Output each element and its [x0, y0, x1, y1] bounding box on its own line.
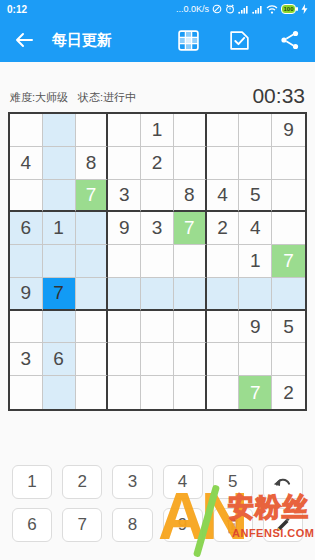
sudoku-cell-r7c2[interactable] [43, 311, 76, 344]
sudoku-cell-r4c7[interactable]: 2 [207, 212, 240, 245]
wifi-icon [266, 4, 278, 14]
sudoku-cell-r2c5[interactable]: 2 [141, 147, 174, 180]
sudoku-cell-r9c3[interactable] [76, 376, 109, 409]
sudoku-cell-r2c2[interactable] [43, 147, 76, 180]
sudoku-cell-r1c3[interactable] [76, 114, 109, 147]
sudoku-cell-r3c5[interactable] [141, 180, 174, 213]
clock-text: 0:12 [7, 4, 27, 15]
sudoku-cell-r1c7[interactable] [207, 114, 240, 147]
pencil-button[interactable] [263, 508, 303, 542]
sudoku-cell-r6c4[interactable] [108, 278, 141, 311]
sudoku-cell-r1c6[interactable] [174, 114, 207, 147]
sudoku-cell-r6c6[interactable] [174, 278, 207, 311]
sudoku-cell-r3c1[interactable] [10, 180, 43, 213]
sudoku-cell-r5c5[interactable] [141, 245, 174, 278]
sudoku-cell-r9c7[interactable] [207, 376, 240, 409]
number-pad-row-1: 1 2 3 4 5 [12, 465, 303, 499]
sudoku-cell-r6c7[interactable] [207, 278, 240, 311]
sudoku-cell-r5c2[interactable] [43, 245, 76, 278]
digit-8-button[interactable]: 8 [112, 508, 152, 542]
check-answer-button[interactable] [228, 29, 251, 52]
digit-2-button[interactable]: 2 [62, 465, 102, 499]
network-speed-text: ...0.0K/s [176, 4, 209, 14]
sudoku-cell-r8c7[interactable] [207, 343, 240, 376]
digit-4-button[interactable]: 4 [163, 465, 203, 499]
sudoku-cell-r9c8[interactable]: 7 [239, 376, 272, 409]
number-pad-row-2: 6 7 8 9 [12, 508, 303, 542]
number-pad: 1 2 3 4 5 6 7 8 9 [0, 465, 315, 542]
sudoku-cell-r7c4[interactable] [108, 311, 141, 344]
board-select-button[interactable] [177, 29, 200, 52]
sudoku-cell-r1c9[interactable]: 9 [272, 114, 305, 147]
sudoku-cell-r2c6[interactable] [174, 147, 207, 180]
digit-3-button[interactable]: 3 [112, 465, 152, 499]
undo-icon [272, 475, 294, 489]
page-title: 每日更新 [52, 31, 149, 50]
timer-text: 00:33 [252, 84, 305, 108]
sudoku-cell-r9c2[interactable] [43, 376, 76, 409]
sudoku-cell-r8c3[interactable] [76, 343, 109, 376]
digit-7-button[interactable]: 7 [62, 508, 102, 542]
alarm-icon [225, 4, 235, 14]
sudoku-grid[interactable]: 194827384561937241797953672 [8, 112, 307, 411]
sudoku-cell-r3c7[interactable]: 4 [207, 180, 240, 213]
sudoku-cell-r4c2[interactable]: 1 [43, 212, 76, 245]
sudoku-cell-r7c1[interactable] [10, 311, 43, 344]
back-icon[interactable] [14, 31, 34, 49]
sudoku-cell-r8c5[interactable] [141, 343, 174, 376]
sudoku-cell-r4c8[interactable]: 4 [239, 212, 272, 245]
signal2-icon [252, 4, 263, 14]
sudoku-cell-r5c6[interactable] [174, 245, 207, 278]
sudoku-cell-r5c7[interactable] [207, 245, 240, 278]
trash-icon [225, 517, 240, 534]
sudoku-cell-r4c5[interactable]: 3 [141, 212, 174, 245]
sudoku-cell-r5c4[interactable] [108, 245, 141, 278]
sudoku-cell-r7c3[interactable] [76, 311, 109, 344]
sudoku-cell-r5c1[interactable] [10, 245, 43, 278]
sudoku-cell-r4c3[interactable] [76, 212, 109, 245]
sudoku-cell-r6c8[interactable] [239, 278, 272, 311]
sudoku-cell-r8c9[interactable] [272, 343, 305, 376]
app-bar: 每日更新 [0, 18, 315, 62]
digit-5-button[interactable]: 5 [213, 465, 253, 499]
grid-board-icon [177, 29, 200, 52]
sudoku-cell-r4c6[interactable]: 7 [174, 212, 207, 245]
sudoku-cell-r6c2[interactable]: 7 [43, 278, 76, 311]
sudoku-cell-r2c3[interactable]: 8 [76, 147, 109, 180]
digit-1-button[interactable]: 1 [12, 465, 52, 499]
sudoku-cell-r4c1[interactable]: 6 [10, 212, 43, 245]
sudoku-cell-r1c1[interactable] [10, 114, 43, 147]
sudoku-cell-r3c8[interactable]: 5 [239, 180, 272, 213]
sudoku-cell-r7c6[interactable] [174, 311, 207, 344]
digit-6-button[interactable]: 6 [12, 508, 52, 542]
sudoku-cell-r2c9[interactable] [272, 147, 305, 180]
sudoku-cell-r6c1[interactable]: 9 [10, 278, 43, 311]
sudoku-cell-r1c5[interactable]: 1 [141, 114, 174, 147]
sudoku-cell-r5c9[interactable]: 7 [272, 245, 305, 278]
sudoku-cell-r3c6[interactable]: 8 [174, 180, 207, 213]
sudoku-cell-r1c2[interactable] [43, 114, 76, 147]
charging-bolt-icon [301, 4, 308, 14]
delete-button[interactable] [213, 508, 253, 542]
sudoku-cell-r5c8[interactable]: 1 [239, 245, 272, 278]
sudoku-cell-r9c9[interactable]: 2 [272, 376, 305, 409]
sudoku-cell-r9c1[interactable] [10, 376, 43, 409]
sudoku-cell-r3c9[interactable] [272, 180, 305, 213]
sudoku-cell-r8c2[interactable]: 6 [43, 343, 76, 376]
sudoku-cell-r6c5[interactable] [141, 278, 174, 311]
sudoku-cell-r7c8[interactable]: 9 [239, 311, 272, 344]
sudoku-cell-r2c7[interactable] [207, 147, 240, 180]
sudoku-cell-r8c8[interactable] [239, 343, 272, 376]
sudoku-cell-r1c4[interactable] [108, 114, 141, 147]
battery-icon: 100 [281, 4, 298, 14]
digit-9-button[interactable]: 9 [163, 508, 203, 542]
sudoku-cell-r8c6[interactable] [174, 343, 207, 376]
signal-icon [238, 4, 249, 14]
sudoku-cell-r4c4[interactable]: 9 [108, 212, 141, 245]
status-bar: 0:12 ...0.0K/s 100 [0, 0, 315, 18]
sudoku-cell-r7c5[interactable] [141, 311, 174, 344]
game-status-text: 状态:进行中 [78, 91, 136, 103]
sudoku-cell-r2c8[interactable] [239, 147, 272, 180]
sudoku-cell-r3c3[interactable]: 7 [76, 180, 109, 213]
check-square-icon [228, 29, 251, 52]
sudoku-cell-r7c7[interactable] [207, 311, 240, 344]
share-button[interactable] [279, 29, 301, 51]
app-screen: 0:12 ...0.0K/s 100 每日更新 难度:大师级状态:进行中 [0, 0, 315, 560]
sudoku-cell-r5c3[interactable] [76, 245, 109, 278]
sudoku-cell-r9c4[interactable] [108, 376, 141, 409]
sudoku-cell-r7c9[interactable]: 5 [272, 311, 305, 344]
sudoku-cell-r9c5[interactable] [141, 376, 174, 409]
svg-text:100: 100 [283, 6, 294, 12]
sudoku-cell-r6c3[interactable] [76, 278, 109, 311]
dnd-icon [212, 4, 222, 14]
sudoku-cell-r1c8[interactable] [239, 114, 272, 147]
game-info-bar: 难度:大师级状态:进行中 00:33 [0, 62, 315, 112]
undo-button[interactable] [263, 465, 303, 499]
difficulty-text: 难度:大师级 [10, 91, 68, 103]
sudoku-cell-r2c1[interactable]: 4 [10, 147, 43, 180]
sudoku-cell-r2c4[interactable] [108, 147, 141, 180]
sudoku-cell-r3c4[interactable]: 3 [108, 180, 141, 213]
sudoku-cell-r3c2[interactable] [43, 180, 76, 213]
pencil-icon [275, 517, 291, 533]
share-icon [279, 29, 301, 51]
sudoku-cell-r8c4[interactable] [108, 343, 141, 376]
sudoku-cell-r8c1[interactable]: 3 [10, 343, 43, 376]
sudoku-cell-r4c9[interactable] [272, 212, 305, 245]
sudoku-cell-r6c9[interactable] [272, 278, 305, 311]
sudoku-cell-r9c6[interactable] [174, 376, 207, 409]
